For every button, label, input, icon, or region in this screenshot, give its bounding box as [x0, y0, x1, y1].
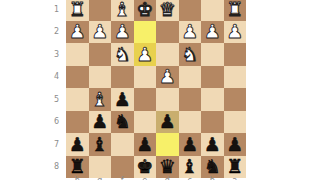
square-h4[interactable] — [66, 66, 89, 89]
black-rook: ♜ — [69, 157, 86, 176]
square-h5[interactable] — [66, 88, 89, 111]
square-b4[interactable] — [201, 66, 224, 89]
square-e1[interactable]: ♚ — [134, 0, 157, 21]
white-bishop: ♝ — [114, 0, 131, 18]
white-pawn: ♟ — [114, 22, 131, 41]
black-pawn: ♟ — [114, 89, 131, 108]
square-h1[interactable]: ♜ — [66, 0, 89, 21]
chess-board: ♜♝♚♛♜♟♟♟♟♟♟♞♟♞♟♝♟♟♞♟♟♝♟♟♟♟♜♚♛♝♞♜ — [66, 0, 246, 178]
square-h2[interactable]: ♟ — [66, 21, 89, 44]
square-g3[interactable] — [89, 43, 112, 66]
black-pawn: ♟ — [91, 112, 108, 131]
file-label-h: h — [66, 176, 89, 180]
black-rook: ♜ — [226, 157, 243, 176]
square-b6[interactable] — [201, 111, 224, 134]
white-pawn: ♟ — [69, 22, 86, 41]
black-pawn: ♟ — [226, 134, 243, 153]
square-g2[interactable]: ♟ — [89, 21, 112, 44]
square-e7[interactable]: ♟ — [134, 133, 157, 156]
square-f3[interactable]: ♞ — [111, 43, 134, 66]
black-knight: ♞ — [114, 112, 131, 131]
square-b8[interactable]: ♞ — [201, 156, 224, 179]
black-pawn: ♟ — [159, 112, 176, 131]
square-g4[interactable] — [89, 66, 112, 89]
square-e5[interactable] — [134, 88, 157, 111]
black-knight: ♞ — [204, 157, 221, 176]
square-d4[interactable]: ♟ — [156, 66, 179, 89]
white-bishop: ♝ — [91, 89, 108, 108]
chess-board-page: 12345678 ♜♝♚♛♜♟♟♟♟♟♟♞♟♞♟♝♟♟♞♟♟♝♟♟♟♟♜♚♛♝♞… — [0, 0, 320, 180]
black-pawn: ♟ — [136, 134, 153, 153]
square-g8[interactable] — [89, 156, 112, 179]
square-e3[interactable]: ♟ — [134, 43, 157, 66]
square-g7[interactable]: ♝ — [89, 133, 112, 156]
file-label-c: c — [179, 176, 202, 180]
black-bishop: ♝ — [91, 134, 108, 153]
square-f5[interactable]: ♟ — [111, 88, 134, 111]
rank-label-7: 7 — [0, 133, 63, 156]
square-g5[interactable]: ♝ — [89, 88, 112, 111]
square-h6[interactable] — [66, 111, 89, 134]
rank-label-3: 3 — [0, 43, 63, 66]
square-a4[interactable] — [224, 66, 247, 89]
square-g1[interactable] — [89, 0, 112, 21]
square-a1[interactable]: ♜ — [224, 0, 247, 21]
square-f2[interactable]: ♟ — [111, 21, 134, 44]
file-label-d: d — [156, 176, 179, 180]
square-a8[interactable]: ♜ — [224, 156, 247, 179]
black-pawn: ♟ — [181, 134, 198, 153]
file-label-g: g — [89, 176, 112, 180]
square-e8[interactable]: ♚ — [134, 156, 157, 179]
square-d3[interactable] — [156, 43, 179, 66]
rank-label-2: 2 — [0, 21, 63, 44]
white-pawn: ♟ — [159, 67, 176, 86]
square-f8[interactable] — [111, 156, 134, 179]
file-label-b: b — [201, 176, 224, 180]
square-b7[interactable]: ♟ — [201, 133, 224, 156]
rank-label-1: 1 — [0, 0, 63, 21]
file-label-e: e — [134, 176, 157, 180]
square-d5[interactable] — [156, 88, 179, 111]
square-b3[interactable] — [201, 43, 224, 66]
rank-labels: 12345678 — [0, 0, 63, 178]
square-c7[interactable]: ♟ — [179, 133, 202, 156]
square-a6[interactable] — [224, 111, 247, 134]
square-a7[interactable]: ♟ — [224, 133, 247, 156]
square-a5[interactable] — [224, 88, 247, 111]
square-h3[interactable] — [66, 43, 89, 66]
black-king: ♚ — [136, 157, 153, 176]
square-b2[interactable]: ♟ — [201, 21, 224, 44]
white-pawn: ♟ — [91, 22, 108, 41]
white-queen: ♛ — [159, 0, 176, 18]
rank-label-6: 6 — [0, 111, 63, 134]
file-label-a: a — [224, 176, 247, 180]
rank-label-5: 5 — [0, 88, 63, 111]
square-d6[interactable]: ♟ — [156, 111, 179, 134]
black-pawn: ♟ — [69, 134, 86, 153]
black-bishop: ♝ — [181, 157, 198, 176]
file-labels: hgfedcba — [66, 176, 246, 180]
white-pawn: ♟ — [204, 22, 221, 41]
square-f7[interactable] — [111, 133, 134, 156]
rank-label-4: 4 — [0, 66, 63, 89]
square-c6[interactable] — [179, 111, 202, 134]
white-pawn: ♟ — [136, 44, 153, 63]
black-queen: ♛ — [159, 157, 176, 176]
square-c2[interactable]: ♟ — [179, 21, 202, 44]
white-knight: ♞ — [181, 44, 198, 63]
file-label-f: f — [111, 176, 134, 180]
square-b1[interactable] — [201, 0, 224, 21]
white-rook: ♜ — [69, 0, 86, 18]
square-e4[interactable] — [134, 66, 157, 89]
square-a3[interactable] — [224, 43, 247, 66]
square-g6[interactable]: ♟ — [89, 111, 112, 134]
square-c3[interactable]: ♞ — [179, 43, 202, 66]
square-c4[interactable] — [179, 66, 202, 89]
square-d2[interactable] — [156, 21, 179, 44]
square-d7[interactable] — [156, 133, 179, 156]
square-c1[interactable] — [179, 0, 202, 21]
square-a2[interactable]: ♟ — [224, 21, 247, 44]
square-h7[interactable]: ♟ — [66, 133, 89, 156]
white-knight: ♞ — [114, 44, 131, 63]
square-h8[interactable]: ♜ — [66, 156, 89, 179]
square-c8[interactable]: ♝ — [179, 156, 202, 179]
square-d1[interactable]: ♛ — [156, 0, 179, 21]
white-pawn: ♟ — [226, 22, 243, 41]
square-f6[interactable]: ♞ — [111, 111, 134, 134]
square-e6[interactable] — [134, 111, 157, 134]
square-d8[interactable]: ♛ — [156, 156, 179, 179]
white-rook: ♜ — [226, 0, 243, 18]
white-king: ♚ — [136, 0, 153, 18]
rank-label-8: 8 — [0, 156, 63, 179]
square-c5[interactable] — [179, 88, 202, 111]
square-f1[interactable]: ♝ — [111, 0, 134, 21]
square-f4[interactable] — [111, 66, 134, 89]
square-e2[interactable] — [134, 21, 157, 44]
black-pawn: ♟ — [204, 134, 221, 153]
square-b5[interactable] — [201, 88, 224, 111]
white-pawn: ♟ — [181, 22, 198, 41]
